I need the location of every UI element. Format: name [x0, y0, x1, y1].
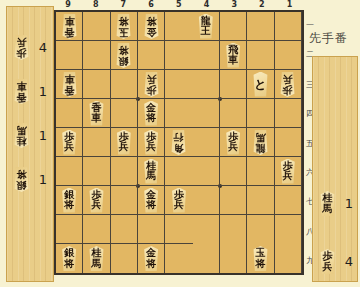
gote-hand-pawn-count: 4 [37, 40, 49, 55]
piece-king-gote[interactable]: 玉将 [113, 14, 134, 39]
square-4-5[interactable] [193, 128, 220, 157]
file-label-9: 9 [59, 0, 77, 9]
sente-hand-pawn: 歩兵4 [317, 249, 355, 274]
square-9-6[interactable] [56, 157, 83, 186]
square-7-5[interactable]: 歩兵 [111, 128, 138, 157]
gote-hand-pawn: 歩兵4 [11, 35, 49, 60]
sente-hand-pawn-count: 4 [343, 254, 355, 269]
square-6-4[interactable]: 金将 [138, 99, 165, 128]
file-label-4: 4 [198, 0, 216, 9]
square-8-8[interactable] [83, 215, 110, 244]
shogi-board: 香車玉将金将龍王銀将飛車香車歩兵と歩兵香車金将歩兵歩兵歩兵角行歩兵龍馬桂馬歩兵銀… [54, 10, 304, 275]
square-8-3[interactable] [83, 70, 110, 99]
piece-lance-gote[interactable]: 香車 [11, 79, 32, 104]
square-3-2[interactable]: 飛車 [220, 41, 247, 70]
gote-captured-stand: 歩兵4香車1桂馬1銀将1 [6, 6, 54, 282]
sente-captured-stand: 桂馬1歩兵4 [312, 56, 358, 282]
square-6-9[interactable]: 金将 [138, 244, 165, 273]
square-5-1[interactable] [165, 12, 192, 41]
square-8-1[interactable] [83, 12, 110, 41]
square-9-8[interactable] [56, 215, 83, 244]
square-1-2[interactable] [275, 41, 302, 70]
piece-pawn-sente[interactable]: 歩兵 [59, 130, 80, 155]
piece-horse-gote[interactable]: 龍馬 [250, 130, 271, 155]
square-9-4[interactable] [56, 99, 83, 128]
square-4-7[interactable] [193, 186, 220, 215]
piece-silver-sente[interactable]: 銀将 [59, 246, 80, 271]
square-2-8[interactable] [247, 215, 274, 244]
gote-hand-lance: 香車1 [11, 79, 49, 104]
piece-lance-sente[interactable]: 香車 [86, 101, 107, 126]
square-7-6[interactable] [111, 157, 138, 186]
piece-pawn-sente[interactable]: 歩兵 [86, 188, 107, 213]
square-2-3[interactable]: と [247, 70, 274, 99]
file-label-3: 3 [225, 0, 243, 9]
square-1-9[interactable] [275, 244, 302, 273]
square-5-9[interactable] [165, 244, 192, 273]
piece-pawn-sente[interactable]: 歩兵 [277, 159, 298, 184]
square-8-7[interactable]: 歩兵 [83, 186, 110, 215]
square-1-3[interactable]: 歩兵 [275, 70, 302, 99]
square-5-4[interactable] [165, 99, 192, 128]
square-9-7[interactable]: 銀将 [56, 186, 83, 215]
square-3-3[interactable] [220, 70, 247, 99]
square-9-2[interactable] [56, 41, 83, 70]
piece-pawn-sente[interactable]: 歩兵 [223, 130, 244, 155]
piece-pawn-sente[interactable]: 歩兵 [113, 130, 134, 155]
file-label-2: 2 [253, 0, 271, 9]
gote-hand-knight-count: 1 [37, 128, 49, 143]
square-3-1[interactable] [220, 12, 247, 41]
square-5-7[interactable]: 歩兵 [165, 186, 192, 215]
piece-gold-sente[interactable]: 金将 [141, 101, 162, 126]
square-3-5[interactable]: 歩兵 [220, 128, 247, 157]
square-5-3[interactable] [165, 70, 192, 99]
piece-gold-sente[interactable]: 金将 [141, 188, 162, 213]
square-9-5[interactable]: 歩兵 [56, 128, 83, 157]
square-3-8[interactable] [220, 215, 247, 244]
file-label-7: 7 [114, 0, 132, 9]
square-6-1[interactable]: 金将 [138, 12, 165, 41]
square-7-4[interactable] [111, 99, 138, 128]
square-2-7[interactable] [247, 186, 274, 215]
square-8-4[interactable]: 香車 [83, 99, 110, 128]
gote-hand-lance-count: 1 [37, 84, 49, 99]
square-8-2[interactable] [83, 41, 110, 70]
square-1-4[interactable] [275, 99, 302, 128]
piece-silver-gote[interactable]: 銀将 [11, 167, 32, 192]
piece-dragon-sente[interactable]: 龍王 [195, 14, 216, 39]
file-label-1: 1 [281, 0, 299, 9]
square-8-6[interactable] [83, 157, 110, 186]
square-7-8[interactable] [111, 215, 138, 244]
piece-pawn-sente[interactable]: 歩兵 [141, 130, 162, 155]
square-3-6[interactable] [220, 157, 247, 186]
square-7-1[interactable]: 玉将 [111, 12, 138, 41]
square-6-3[interactable]: 歩兵 [138, 70, 165, 99]
square-8-5[interactable] [83, 128, 110, 157]
square-5-8[interactable] [165, 215, 192, 244]
piece-lance-gote[interactable]: 香車 [59, 14, 80, 39]
turn-indicator: 先手番 [309, 30, 348, 47]
square-6-5[interactable]: 歩兵 [138, 128, 165, 157]
square-9-3[interactable]: 香車 [56, 70, 83, 99]
square-9-1[interactable]: 香車 [56, 12, 83, 41]
piece-rook-sente[interactable]: 飛車 [223, 43, 244, 68]
piece-tokin-sente[interactable]: と [250, 72, 271, 97]
square-1-6[interactable]: 歩兵 [275, 157, 302, 186]
square-4-6[interactable] [193, 157, 220, 186]
piece-bishop-gote[interactable]: 角行 [168, 130, 189, 155]
square-1-5[interactable] [275, 128, 302, 157]
piece-pawn-sente[interactable]: 歩兵 [168, 188, 189, 213]
square-7-9[interactable] [111, 244, 138, 273]
piece-pawn-sente[interactable]: 歩兵 [317, 249, 338, 274]
square-4-3[interactable] [193, 70, 220, 99]
gote-hand-silver: 銀将1 [11, 167, 49, 192]
square-6-7[interactable]: 金将 [138, 186, 165, 215]
square-7-7[interactable] [111, 186, 138, 215]
square-5-2[interactable] [165, 41, 192, 70]
square-2-2[interactable] [247, 41, 274, 70]
square-7-2[interactable]: 銀将 [111, 41, 138, 70]
piece-pawn-gote[interactable]: 歩兵 [11, 35, 32, 60]
piece-knight-gote[interactable]: 桂馬 [11, 123, 32, 148]
piece-pawn-gote[interactable]: 歩兵 [277, 72, 298, 97]
gote-hand-silver-count: 1 [37, 172, 49, 187]
square-2-5[interactable]: 龍馬 [247, 128, 274, 157]
piece-pawn-gote[interactable]: 歩兵 [141, 72, 162, 97]
sente-hand-knight-count: 1 [343, 196, 355, 211]
file-label-8: 8 [87, 0, 105, 9]
square-3-9[interactable] [220, 244, 247, 273]
square-3-4[interactable] [220, 99, 247, 128]
piece-knight-sente[interactable]: 桂馬 [141, 159, 162, 184]
square-8-9[interactable]: 桂馬 [83, 244, 110, 273]
piece-gold-gote[interactable]: 金将 [141, 14, 162, 39]
square-5-5[interactable]: 角行 [165, 128, 192, 157]
square-7-3[interactable] [111, 70, 138, 99]
square-2-1[interactable] [247, 12, 274, 41]
square-6-6[interactable]: 桂馬 [138, 157, 165, 186]
square-4-1[interactable]: 龍王 [193, 12, 220, 41]
piece-silver-sente[interactable]: 銀将 [59, 188, 80, 213]
piece-silver-gote[interactable]: 銀将 [113, 43, 134, 68]
gote-hand-knight: 桂馬1 [11, 123, 49, 148]
sente-hand-knight: 桂馬1 [317, 191, 355, 216]
file-label-5: 5 [170, 0, 188, 9]
square-9-9[interactable]: 銀将 [56, 244, 83, 273]
square-2-6[interactable] [247, 157, 274, 186]
square-1-8[interactable] [275, 215, 302, 244]
piece-gold-sente[interactable]: 金将 [141, 246, 162, 271]
square-3-7[interactable] [220, 186, 247, 215]
piece-lance-gote[interactable]: 香車 [59, 72, 80, 97]
square-1-7[interactable] [275, 186, 302, 215]
square-2-9[interactable]: 玉将 [247, 244, 274, 273]
square-6-8[interactable] [138, 215, 165, 244]
square-5-6[interactable] [165, 157, 192, 186]
piece-king-sente[interactable]: 玉将 [250, 246, 271, 271]
square-4-8[interactable] [193, 215, 220, 244]
piece-knight-sente[interactable]: 桂馬 [86, 246, 107, 271]
shogi-diagram: 歩兵4香車1桂馬1銀将1 香車玉将金将龍王銀将飛車香車歩兵と歩兵香車金将歩兵歩兵… [0, 0, 360, 287]
square-6-2[interactable] [138, 41, 165, 70]
square-4-2[interactable] [193, 41, 220, 70]
square-4-9[interactable] [193, 244, 220, 273]
square-2-4[interactable] [247, 99, 274, 128]
square-1-1[interactable] [275, 12, 302, 41]
square-4-4[interactable] [193, 99, 220, 128]
piece-knight-sente[interactable]: 桂馬 [317, 191, 338, 216]
file-label-6: 6 [142, 0, 160, 9]
